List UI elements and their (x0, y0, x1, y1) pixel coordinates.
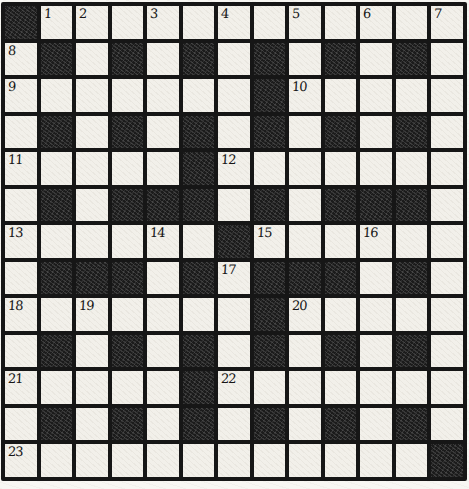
cell-r11c8[interactable] (254, 371, 286, 404)
cell-r5c1[interactable]: 11 (5, 152, 37, 185)
crossword-grid: 1234567891011121314151617181920212223 (1, 2, 467, 481)
cell-r13c12[interactable] (396, 444, 428, 477)
cell-r2c13[interactable] (431, 43, 463, 76)
clue-number-15: 15 (256, 225, 271, 240)
cell-r10c11[interactable] (360, 335, 392, 368)
cell-r7c13[interactable] (431, 225, 463, 258)
cell-r2c11[interactable] (360, 43, 392, 76)
clue-number-13: 13 (8, 225, 23, 240)
cell-r6c5-black (147, 189, 179, 222)
clue-number-6: 6 (363, 6, 371, 21)
clue-number-20: 20 (292, 298, 307, 313)
cell-r1c8[interactable] (254, 6, 286, 39)
cell-r3c9[interactable]: 10 (289, 79, 321, 112)
cell-r10c13[interactable] (431, 335, 463, 368)
cell-r3c5[interactable] (147, 79, 179, 112)
cell-r9c7[interactable] (218, 298, 250, 331)
cell-r1c13[interactable]: 7 (431, 6, 463, 39)
cell-r13c9[interactable] (289, 444, 321, 477)
clue-number-22: 22 (221, 371, 236, 386)
cell-r7c1[interactable]: 13 (5, 225, 37, 258)
clue-number-12: 12 (221, 152, 236, 167)
clue-number-17: 17 (221, 262, 236, 277)
cell-r8c11[interactable] (360, 262, 392, 295)
cell-r1c11[interactable]: 6 (360, 6, 392, 39)
cell-r12c10-black (325, 408, 357, 441)
cell-r4c4-black (112, 116, 144, 149)
cell-r3c10[interactable] (325, 79, 357, 112)
cell-r3c4[interactable] (112, 79, 144, 112)
cell-r8c2-black (41, 262, 73, 295)
cell-r6c10-black (325, 189, 357, 222)
cell-r1c4[interactable] (112, 6, 144, 39)
cell-r6c9[interactable] (289, 189, 321, 222)
cell-r4c1[interactable] (5, 116, 37, 149)
cell-r7c3[interactable] (76, 225, 108, 258)
cell-r7c9[interactable] (289, 225, 321, 258)
cell-r9c2[interactable] (41, 298, 73, 331)
cell-r10c8-black (254, 335, 286, 368)
cell-r6c1[interactable] (5, 189, 37, 222)
cell-r5c10[interactable] (325, 152, 357, 185)
cell-r13c10[interactable] (325, 444, 357, 477)
cell-r13c13-black (431, 444, 463, 477)
cell-r1c7[interactable]: 4 (218, 6, 250, 39)
cell-r6c8-black (254, 189, 286, 222)
cell-r9c5[interactable] (147, 298, 179, 331)
cell-r1c9[interactable]: 5 (289, 6, 321, 39)
cell-r5c5[interactable] (147, 152, 179, 185)
cell-r13c11[interactable] (360, 444, 392, 477)
clue-number-21: 21 (8, 371, 23, 386)
cell-r3c13[interactable] (431, 79, 463, 112)
cell-r8c7[interactable]: 17 (218, 262, 250, 295)
cell-r7c6[interactable] (183, 225, 215, 258)
cell-r9c9[interactable]: 20 (289, 298, 321, 331)
cell-r3c3[interactable] (76, 79, 108, 112)
cell-r11c1[interactable]: 21 (5, 371, 37, 404)
cell-r10c6-black (183, 335, 215, 368)
cell-r12c13[interactable] (431, 408, 463, 441)
cell-r12c4-black (112, 408, 144, 441)
clue-number-11: 11 (8, 152, 23, 167)
cell-r2c8-black (254, 43, 286, 76)
cell-r11c11[interactable] (360, 371, 392, 404)
cell-r5c3[interactable] (76, 152, 108, 185)
cell-r11c9[interactable] (289, 371, 321, 404)
cell-r2c2-black (41, 43, 73, 76)
cell-r7c7-black (218, 225, 250, 258)
cell-r1c5[interactable]: 3 (147, 6, 179, 39)
cell-r3c8-black (254, 79, 286, 112)
cell-r9c4[interactable] (112, 298, 144, 331)
cell-r1c1-black (5, 6, 37, 39)
cell-r6c6-black (183, 189, 215, 222)
cell-r12c9[interactable] (289, 408, 321, 441)
cell-r3c1[interactable]: 9 (5, 79, 37, 112)
cell-r10c12-black (396, 335, 428, 368)
cell-r6c4-black (112, 189, 144, 222)
cell-r12c7[interactable] (218, 408, 250, 441)
cell-r13c4[interactable] (112, 444, 144, 477)
cell-r7c10[interactable] (325, 225, 357, 258)
cell-r2c5[interactable] (147, 43, 179, 76)
cell-r4c7[interactable] (218, 116, 250, 149)
cell-r9c11[interactable] (360, 298, 392, 331)
cell-r11c4[interactable] (112, 371, 144, 404)
cell-r13c3[interactable] (76, 444, 108, 477)
cell-r11c13[interactable] (431, 371, 463, 404)
cell-r4c12-black (396, 116, 428, 149)
cell-r4c11[interactable] (360, 116, 392, 149)
cell-r11c5[interactable] (147, 371, 179, 404)
cell-r7c8[interactable]: 15 (254, 225, 286, 258)
cell-r10c1[interactable] (5, 335, 37, 368)
cell-r1c2[interactable]: 1 (41, 6, 73, 39)
cell-r5c4[interactable] (112, 152, 144, 185)
cell-r7c4[interactable] (112, 225, 144, 258)
cell-r4c9[interactable] (289, 116, 321, 149)
cell-r2c10-black (325, 43, 357, 76)
cell-r9c10[interactable] (325, 298, 357, 331)
cell-r13c1[interactable]: 23 (5, 444, 37, 477)
cell-r6c3[interactable] (76, 189, 108, 222)
cell-r7c11[interactable]: 16 (360, 225, 392, 258)
cell-r9c8-black (254, 298, 286, 331)
cell-r11c2[interactable] (41, 371, 73, 404)
clue-number-19: 19 (79, 298, 94, 313)
cell-r1c6[interactable] (183, 6, 215, 39)
cell-r8c10-black (325, 262, 357, 295)
clue-number-23: 23 (8, 444, 23, 459)
cell-r6c7[interactable] (218, 189, 250, 222)
cell-r4c10-black (325, 116, 357, 149)
cell-r8c1[interactable] (5, 262, 37, 295)
cell-r8c6-black (183, 262, 215, 295)
cell-r9c12[interactable] (396, 298, 428, 331)
cell-r12c11[interactable] (360, 408, 392, 441)
cell-r10c10-black (325, 335, 357, 368)
cell-r3c7[interactable] (218, 79, 250, 112)
cell-r5c6-black (183, 152, 215, 185)
clue-number-18: 18 (8, 298, 23, 313)
cell-r2c1[interactable]: 8 (5, 43, 37, 76)
clue-number-4: 4 (221, 6, 229, 21)
cell-r8c13[interactable] (431, 262, 463, 295)
cell-r9c3[interactable]: 19 (76, 298, 108, 331)
cell-r12c8-black (254, 408, 286, 441)
cell-r2c6-black (183, 43, 215, 76)
cell-r3c2[interactable] (41, 79, 73, 112)
cell-r4c3[interactable] (76, 116, 108, 149)
clue-number-5: 5 (292, 6, 300, 21)
cell-r9c1[interactable]: 18 (5, 298, 37, 331)
cell-r12c3[interactable] (76, 408, 108, 441)
cell-r12c6-black (183, 408, 215, 441)
cell-r6c12-black (396, 189, 428, 222)
cell-r7c2[interactable] (41, 225, 73, 258)
cell-r5c12[interactable] (396, 152, 428, 185)
cell-r4c2-black (41, 116, 73, 149)
cell-r10c5[interactable] (147, 335, 179, 368)
cell-r4c5[interactable] (147, 116, 179, 149)
clue-number-7: 7 (434, 6, 442, 21)
cell-r1c3[interactable]: 2 (76, 6, 108, 39)
cell-r13c8[interactable] (254, 444, 286, 477)
clue-number-9: 9 (8, 79, 16, 94)
cell-r11c3[interactable] (76, 371, 108, 404)
cell-r4c6-black (183, 116, 215, 149)
cell-r13c6[interactable] (183, 444, 215, 477)
cell-r6c11-black (360, 189, 392, 222)
cell-r11c10[interactable] (325, 371, 357, 404)
cell-r5c7[interactable]: 12 (218, 152, 250, 185)
cell-r3c12[interactable] (396, 79, 428, 112)
cell-r6c13[interactable] (431, 189, 463, 222)
cell-r10c3[interactable] (76, 335, 108, 368)
cell-r5c2[interactable] (41, 152, 73, 185)
cell-r12c2-black (41, 408, 73, 441)
cell-r10c2-black (41, 335, 73, 368)
cell-r1c10[interactable] (325, 6, 357, 39)
cell-r2c12-black (396, 43, 428, 76)
cell-r8c3-black (76, 262, 108, 295)
cell-r4c13[interactable] (431, 116, 463, 149)
cell-r8c8-black (254, 262, 286, 295)
cell-r13c2[interactable] (41, 444, 73, 477)
cell-r8c5[interactable] (147, 262, 179, 295)
cell-r9c13[interactable] (431, 298, 463, 331)
cell-r9c6[interactable] (183, 298, 215, 331)
cell-r8c4-black (112, 262, 144, 295)
cell-r8c9-black (289, 262, 321, 295)
cell-r13c7[interactable] (218, 444, 250, 477)
clue-number-1: 1 (43, 6, 51, 21)
cell-r12c5[interactable] (147, 408, 179, 441)
cell-r5c13[interactable] (431, 152, 463, 185)
cell-r2c9[interactable] (289, 43, 321, 76)
clue-number-8: 8 (8, 43, 16, 58)
cell-r3c11[interactable] (360, 79, 392, 112)
cell-r8c12-black (396, 262, 428, 295)
cell-r4c8-black (254, 116, 286, 149)
clue-number-2: 2 (79, 6, 87, 21)
clue-number-16: 16 (363, 225, 378, 240)
cell-r12c12-black (396, 408, 428, 441)
cell-r3c6[interactable] (183, 79, 215, 112)
cell-r11c7[interactable]: 22 (218, 371, 250, 404)
cell-r2c7[interactable] (218, 43, 250, 76)
cell-r6c2-black (41, 189, 73, 222)
clue-number-10: 10 (292, 79, 307, 94)
cell-r11c6-black (183, 371, 215, 404)
cell-r5c8[interactable] (254, 152, 286, 185)
cell-r5c11[interactable] (360, 152, 392, 185)
cell-r10c9[interactable] (289, 335, 321, 368)
cell-r11c12[interactable] (396, 371, 428, 404)
cell-r7c12[interactable] (396, 225, 428, 258)
cell-r7c5[interactable]: 14 (147, 225, 179, 258)
cell-r12c1[interactable] (5, 408, 37, 441)
cell-r5c9[interactable] (289, 152, 321, 185)
cell-r2c4-black (112, 43, 144, 76)
cell-r13c5[interactable] (147, 444, 179, 477)
cell-r2c3[interactable] (76, 43, 108, 76)
clue-number-3: 3 (150, 6, 158, 21)
cell-r10c4-black (112, 335, 144, 368)
cell-r10c7[interactable] (218, 335, 250, 368)
clue-number-14: 14 (150, 225, 165, 240)
cell-r1c12[interactable] (396, 6, 428, 39)
